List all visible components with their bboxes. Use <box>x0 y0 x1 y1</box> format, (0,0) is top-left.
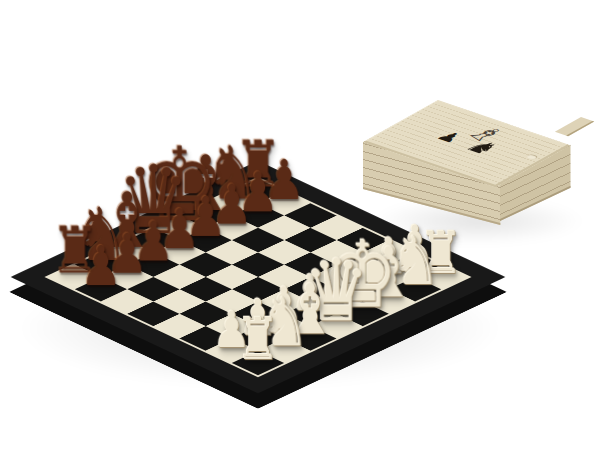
square-f5 <box>258 240 310 265</box>
square-a1: ♜ <box>232 351 284 376</box>
square-a7: ♟ <box>75 277 127 302</box>
product-photo: ♗ ♟ ♞ ♜♟♟♜♞♟♟♞♝♟♟♝♚♟♟♚♛♟♟♛♝♟♟♝♞♟♟♞♜♟♟♜ <box>0 0 600 450</box>
finger-hole <box>525 154 540 160</box>
box-lid-edge <box>555 117 594 136</box>
piece-black-pawn: ♟ <box>80 239 122 294</box>
box-lid-motif: ♗ ♟ ♞ <box>425 118 522 160</box>
pawn-icon: ♟ <box>432 129 466 145</box>
square-e6 <box>206 240 258 265</box>
piece-white-rook: ♜ <box>235 310 279 368</box>
